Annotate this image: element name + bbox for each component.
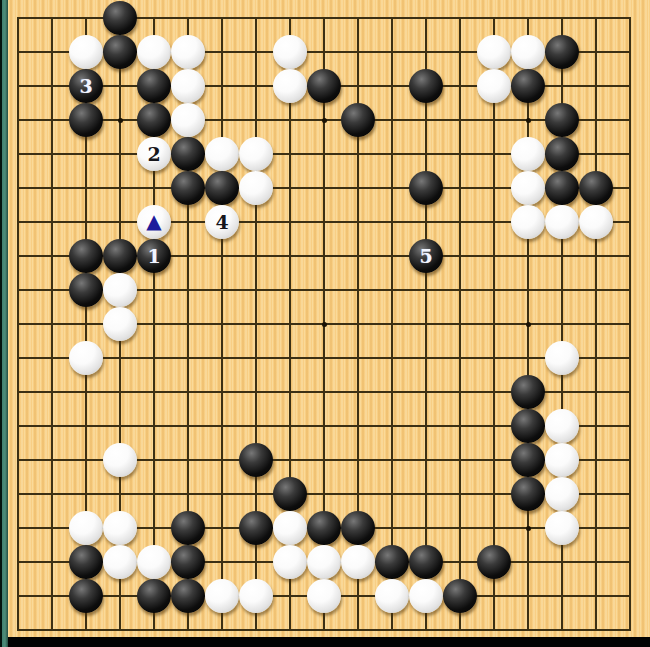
black-stone: 3 (69, 69, 103, 103)
black-stone (545, 103, 579, 137)
go-board[interactable]: 32▲415 (0, 0, 650, 647)
white-stone (273, 69, 307, 103)
star-point (118, 118, 123, 123)
black-stone (511, 69, 545, 103)
star-point (526, 118, 531, 123)
white-stone (511, 205, 545, 239)
grid-line-vertical (595, 17, 597, 631)
white-stone (307, 545, 341, 579)
grid-line-horizontal (17, 357, 631, 359)
white-stone (307, 579, 341, 613)
move-number-label: 4 (215, 213, 228, 232)
black-stone (171, 511, 205, 545)
white-stone (103, 307, 137, 341)
white-stone (103, 545, 137, 579)
frame-bottom-border (0, 637, 650, 647)
black-stone (171, 545, 205, 579)
black-stone (511, 409, 545, 443)
black-stone (205, 171, 239, 205)
white-stone (103, 511, 137, 545)
black-stone (409, 545, 443, 579)
black-stone (443, 579, 477, 613)
grid-line-vertical (493, 17, 495, 631)
white-stone (137, 35, 171, 69)
move-number-label: 3 (79, 77, 92, 96)
black-stone (171, 137, 205, 171)
white-stone (545, 341, 579, 375)
grid-line-horizontal (17, 629, 631, 631)
black-stone (69, 103, 103, 137)
black-stone (103, 1, 137, 35)
black-stone (307, 69, 341, 103)
white-stone (171, 35, 205, 69)
move-number-label: 2 (147, 145, 160, 164)
black-stone (579, 171, 613, 205)
star-point (322, 322, 327, 327)
window-frame: 32▲415 (0, 0, 650, 647)
white-stone (69, 511, 103, 545)
grid-line-vertical (425, 17, 427, 631)
white-stone (69, 35, 103, 69)
white-stone (239, 171, 273, 205)
white-stone (545, 205, 579, 239)
black-stone: 1 (137, 239, 171, 273)
black-stone (545, 171, 579, 205)
black-stone (171, 171, 205, 205)
white-stone (545, 511, 579, 545)
black-stone (69, 579, 103, 613)
white-stone (205, 579, 239, 613)
white-stone (511, 137, 545, 171)
white-stone (69, 341, 103, 375)
black-stone (137, 103, 171, 137)
white-stone (545, 477, 579, 511)
black-stone (375, 545, 409, 579)
white-stone (103, 443, 137, 477)
white-stone (205, 137, 239, 171)
black-stone (409, 69, 443, 103)
white-stone (137, 545, 171, 579)
black-stone (477, 545, 511, 579)
white-stone (103, 273, 137, 307)
white-stone (239, 579, 273, 613)
white-stone (511, 35, 545, 69)
black-stone (511, 443, 545, 477)
white-stone (579, 205, 613, 239)
black-stone (511, 375, 545, 409)
frame-left-accent (0, 0, 8, 647)
black-stone (341, 103, 375, 137)
white-stone (511, 171, 545, 205)
black-stone (409, 171, 443, 205)
black-stone (273, 477, 307, 511)
grid-line-vertical (459, 17, 461, 631)
black-stone (545, 35, 579, 69)
white-stone (375, 579, 409, 613)
black-stone (69, 239, 103, 273)
star-point (322, 118, 327, 123)
white-stone (545, 409, 579, 443)
black-stone (103, 239, 137, 273)
black-stone (341, 511, 375, 545)
black-stone (307, 511, 341, 545)
white-stone: 2 (137, 137, 171, 171)
white-stone: ▲ (137, 205, 171, 239)
black-stone (69, 273, 103, 307)
grid-line-vertical (391, 17, 393, 631)
black-stone (239, 511, 273, 545)
black-stone (137, 579, 171, 613)
black-stone (171, 579, 205, 613)
white-stone (409, 579, 443, 613)
triangle-marker-icon: ▲ (146, 211, 161, 231)
move-number-label: 5 (419, 247, 432, 266)
white-stone (545, 443, 579, 477)
white-stone (239, 137, 273, 171)
white-stone (171, 103, 205, 137)
white-stone (477, 69, 511, 103)
white-stone: 4 (205, 205, 239, 239)
white-stone (273, 511, 307, 545)
black-stone (103, 35, 137, 69)
black-stone (239, 443, 273, 477)
black-stone (545, 137, 579, 171)
white-stone (273, 545, 307, 579)
black-stone (69, 545, 103, 579)
black-stone (511, 477, 545, 511)
star-point (526, 526, 531, 531)
grid-line-vertical (629, 17, 631, 631)
black-stone: 5 (409, 239, 443, 273)
move-number-label: 1 (147, 247, 160, 266)
white-stone (273, 35, 307, 69)
white-stone (171, 69, 205, 103)
white-stone (341, 545, 375, 579)
black-stone (137, 69, 171, 103)
star-point (526, 322, 531, 327)
white-stone (477, 35, 511, 69)
